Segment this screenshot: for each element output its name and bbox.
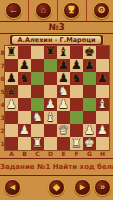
square-f5[interactable] [70,85,83,98]
rank-label-1: 1 [0,137,5,150]
square-b2[interactable]: ♟ [18,124,31,137]
square-a4[interactable]: ♟ [5,98,18,111]
square-h2[interactable]: ♟ [96,124,109,137]
bottom-toolbar: ◄ ◆ ► » [0,176,113,198]
square-g1[interactable]: ♚ [83,137,96,150]
skip-to-end-button[interactable]: » [94,179,111,196]
square-d6[interactable] [44,72,57,85]
square-e1[interactable] [57,137,70,150]
square-g6[interactable] [83,72,96,85]
white-queen: ♛ [57,124,70,137]
white-knight: ♞ [31,111,44,124]
white-pawn: ♟ [96,124,109,137]
settings-button[interactable]: ⚙ [93,2,110,19]
trophy-icon [67,5,76,16]
rank-labels: 87654321 [0,46,5,150]
square-h1[interactable] [96,137,109,150]
square-h4[interactable]: ♝ [96,98,109,111]
black-rook: ♜ [44,46,57,59]
rank-label-3: 3 [0,111,5,124]
square-d1[interactable] [44,137,57,150]
gear-icon: ⚙ [97,6,105,15]
players-text: А.Алехин - Г.Мароци [12,36,101,44]
file-labels: ABCDEFGH [5,150,113,158]
square-f4[interactable] [70,98,83,111]
rank-label-6: 6 [0,72,5,85]
square-e4[interactable]: ♟ [57,98,70,111]
square-b6[interactable]: ♞ [18,72,31,85]
puzzle-number: №3 [0,22,113,33]
square-c7[interactable] [31,59,44,72]
square-a8[interactable]: ♜ [5,46,18,59]
square-c3[interactable]: ♞ [31,111,44,124]
square-g7[interactable]: ♟ [83,59,96,72]
rank-label-4: 4 [0,98,5,111]
toolbar-separator [28,0,29,21]
left-arrow-icon: ◄ [8,183,17,192]
back-arrow-icon: ← [9,6,18,15]
square-f1[interactable]: ♜ [70,137,83,150]
file-label-g: G [83,150,96,158]
file-label-h: H [96,150,109,158]
back-button[interactable]: ← [5,2,22,19]
white-pawn: ♟ [57,98,70,111]
white-bishop: ♝ [96,98,109,111]
square-c8[interactable] [31,46,44,59]
square-d7[interactable] [44,59,57,72]
black-pawn: ♟ [83,59,96,72]
top-toolbar: ← ⌂ ⚙ [0,0,113,21]
board-zone: 87654321 ♜♜♝♚♟♟♟♟♟♞♟♞♟♛♞♟♟♟♝♞♝♟♛♟♟♜♜♚ AB… [0,46,113,158]
rank-label-2: 2 [0,124,5,137]
square-f6[interactable]: ♞ [70,72,83,85]
square-c1[interactable]: ♜ [31,137,44,150]
square-c5[interactable] [31,85,44,98]
file-label-f: F [70,150,83,158]
black-pawn: ♟ [96,72,109,85]
toolbar-separator [86,0,87,21]
white-rook: ♜ [70,137,83,150]
square-f3[interactable] [70,111,83,124]
prev-move-button[interactable]: ◄ [4,179,21,196]
square-e2[interactable]: ♛ [57,124,70,137]
square-b5[interactable] [18,85,31,98]
file-label-a: A [5,150,18,158]
chess-puzzle-app: ← ⌂ ⚙ №3 А.Алехин - Г.Мароци 87654321 ♜♜… [0,0,113,200]
file-label-b: B [18,150,31,158]
rank-label-8: 8 [0,46,5,59]
square-g4[interactable] [83,98,96,111]
task-text: Задание №1 Найти ход белых [0,159,113,175]
white-bishop: ♝ [44,111,57,124]
square-b1[interactable] [18,137,31,150]
next-move-button[interactable]: ► [74,179,91,196]
black-rook: ♜ [5,46,18,59]
square-a3[interactable] [5,111,18,124]
toolbar-separator [57,0,58,21]
right-arrow-icon: ► [78,183,87,192]
square-g5[interactable] [83,85,96,98]
file-label-c: C [31,150,44,158]
square-b4[interactable] [18,98,31,111]
square-c6[interactable] [31,72,44,85]
hint-button[interactable]: ◆ [48,179,65,196]
square-d3[interactable]: ♝ [44,111,57,124]
home-button[interactable]: ⌂ [35,2,52,19]
trophy-button[interactable] [63,2,80,19]
square-d2[interactable] [44,124,57,137]
file-label-e: E [57,150,70,158]
skip-end-icon: » [100,183,105,192]
file-label-d: D [44,150,57,158]
black-knight: ♞ [18,72,31,85]
square-h8[interactable] [96,46,109,59]
black-knight: ♞ [70,72,83,85]
rank-label-5: 5 [0,85,5,98]
white-pawn: ♟ [5,98,18,111]
square-a1[interactable] [5,137,18,150]
home-icon: ⌂ [41,6,46,15]
diamond-icon: ◆ [53,183,60,192]
rank-label-7: 7 [0,59,5,72]
white-king: ♚ [83,137,96,150]
chess-board[interactable]: ♜♜♝♚♟♟♟♟♟♞♟♞♟♛♞♟♟♟♝♞♝♟♛♟♟♜♜♚ [5,46,109,150]
white-pawn: ♟ [18,124,31,137]
square-a2[interactable] [5,124,18,137]
white-rook: ♜ [31,137,44,150]
square-h6[interactable]: ♟ [96,72,109,85]
square-d8[interactable]: ♜ [44,46,57,59]
